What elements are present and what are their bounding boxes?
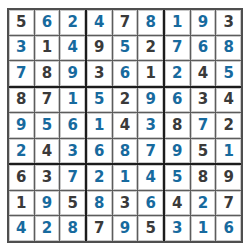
cell-r5c3[interactable]: 6	[60, 113, 85, 138]
cell-r5c1[interactable]: 9	[9, 113, 34, 138]
sudoku-board: 5623147894789523611937682458719562435291…	[7, 8, 243, 243]
cell-r6c5[interactable]: 8	[113, 139, 138, 164]
cell-r7c4[interactable]: 2	[87, 165, 112, 190]
box-1-2: 634872951	[165, 88, 241, 164]
cell-r8c9[interactable]: 7	[216, 191, 241, 216]
cell-r2c5[interactable]: 5	[113, 36, 138, 61]
cell-r8c6[interactable]: 6	[138, 191, 163, 216]
cell-r2c1[interactable]: 3	[9, 36, 34, 61]
cell-r6c6[interactable]: 7	[138, 139, 163, 164]
cell-r6c4[interactable]: 6	[87, 139, 112, 164]
cell-r6c2[interactable]: 4	[35, 139, 60, 164]
cell-r3c9[interactable]: 5	[216, 61, 241, 86]
cell-r4c6[interactable]: 9	[138, 88, 163, 113]
cell-r5c4[interactable]: 1	[87, 113, 112, 138]
cell-r2c3[interactable]: 4	[60, 36, 85, 61]
cell-r7c9[interactable]: 9	[216, 165, 241, 190]
cell-r5c9[interactable]: 2	[216, 113, 241, 138]
cell-r1c7[interactable]: 1	[165, 10, 190, 35]
cell-r5c7[interactable]: 8	[165, 113, 190, 138]
cell-r2c4[interactable]: 9	[87, 36, 112, 61]
cell-r4c2[interactable]: 7	[35, 88, 60, 113]
cell-r7c8[interactable]: 8	[191, 165, 216, 190]
cell-r2c8[interactable]: 6	[191, 36, 216, 61]
cell-r1c9[interactable]: 3	[216, 10, 241, 35]
cell-r9c2[interactable]: 2	[35, 216, 60, 241]
cell-r4c7[interactable]: 6	[165, 88, 190, 113]
cell-r3c1[interactable]: 7	[9, 61, 34, 86]
cell-r6c7[interactable]: 9	[165, 139, 190, 164]
box-2-0: 637195428	[9, 165, 85, 241]
cell-r7c1[interactable]: 6	[9, 165, 34, 190]
cell-r2c9[interactable]: 8	[216, 36, 241, 61]
cell-r8c4[interactable]: 8	[87, 191, 112, 216]
cell-r9c8[interactable]: 1	[191, 216, 216, 241]
cell-r9c1[interactable]: 4	[9, 216, 34, 241]
cell-r2c2[interactable]: 1	[35, 36, 60, 61]
cell-r8c3[interactable]: 5	[60, 191, 85, 216]
cell-r9c4[interactable]: 7	[87, 216, 112, 241]
box-1-0: 871956243	[9, 88, 85, 164]
cell-r9c5[interactable]: 9	[113, 216, 138, 241]
cell-r2c7[interactable]: 7	[165, 36, 190, 61]
cell-r8c5[interactable]: 3	[113, 191, 138, 216]
cell-r8c2[interactable]: 9	[35, 191, 60, 216]
cell-r1c8[interactable]: 9	[191, 10, 216, 35]
box-2-2: 589427316	[165, 165, 241, 241]
cell-r1c3[interactable]: 2	[60, 10, 85, 35]
cell-r8c1[interactable]: 1	[9, 191, 34, 216]
cell-r5c6[interactable]: 3	[138, 113, 163, 138]
cell-r2c6[interactable]: 2	[138, 36, 163, 61]
cell-r5c8[interactable]: 7	[191, 113, 216, 138]
cell-r6c1[interactable]: 2	[9, 139, 34, 164]
cell-r1c1[interactable]: 5	[9, 10, 34, 35]
cell-r3c6[interactable]: 1	[138, 61, 163, 86]
box-0-0: 562314789	[9, 10, 85, 86]
cell-r8c7[interactable]: 4	[165, 191, 190, 216]
cell-r8c8[interactable]: 2	[191, 191, 216, 216]
cell-r3c3[interactable]: 9	[60, 61, 85, 86]
cell-r1c2[interactable]: 6	[35, 10, 60, 35]
cell-r9c9[interactable]: 6	[216, 216, 241, 241]
cell-r1c5[interactable]: 7	[113, 10, 138, 35]
cell-r7c2[interactable]: 3	[35, 165, 60, 190]
cell-r4c9[interactable]: 4	[216, 88, 241, 113]
box-2-1: 214836795	[87, 165, 163, 241]
cell-r6c9[interactable]: 1	[216, 139, 241, 164]
cell-r3c2[interactable]: 8	[35, 61, 60, 86]
cell-r4c8[interactable]: 3	[191, 88, 216, 113]
cell-r4c4[interactable]: 5	[87, 88, 112, 113]
cell-r1c4[interactable]: 4	[87, 10, 112, 35]
cell-r1c6[interactable]: 8	[138, 10, 163, 35]
sudoku-page: 5623147894789523611937682458719562435291…	[0, 0, 250, 251]
cell-r5c2[interactable]: 5	[35, 113, 60, 138]
cell-r3c4[interactable]: 3	[87, 61, 112, 86]
cell-r7c3[interactable]: 7	[60, 165, 85, 190]
cell-r6c8[interactable]: 5	[191, 139, 216, 164]
cell-r7c5[interactable]: 1	[113, 165, 138, 190]
box-0-1: 478952361	[87, 10, 163, 86]
box-1-1: 529143687	[87, 88, 163, 164]
cell-r3c8[interactable]: 4	[191, 61, 216, 86]
cell-r7c6[interactable]: 4	[138, 165, 163, 190]
cell-r4c1[interactable]: 8	[9, 88, 34, 113]
box-0-2: 193768245	[165, 10, 241, 86]
cell-r9c3[interactable]: 8	[60, 216, 85, 241]
cell-r4c3[interactable]: 1	[60, 88, 85, 113]
cell-r7c7[interactable]: 5	[165, 165, 190, 190]
cell-r4c5[interactable]: 2	[113, 88, 138, 113]
cell-r9c7[interactable]: 3	[165, 216, 190, 241]
cell-r5c5[interactable]: 4	[113, 113, 138, 138]
cell-r9c6[interactable]: 5	[138, 216, 163, 241]
cell-r3c5[interactable]: 6	[113, 61, 138, 86]
cell-r3c7[interactable]: 2	[165, 61, 190, 86]
cell-r6c3[interactable]: 3	[60, 139, 85, 164]
